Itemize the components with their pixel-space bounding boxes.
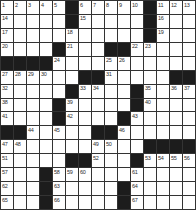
grid-cell[interactable] — [66, 182, 78, 195]
grid-cell[interactable] — [14, 15, 26, 28]
black-cell — [66, 85, 78, 98]
grid-cell[interactable]: 60 — [79, 168, 91, 181]
grid-cell[interactable] — [79, 29, 91, 42]
grid-cell[interactable]: 40 — [144, 99, 156, 112]
grid-cell[interactable] — [170, 168, 182, 181]
clue-number: 32 — [2, 85, 8, 91]
grid-cell[interactable] — [157, 71, 169, 84]
grid-cell[interactable]: 21 — [66, 43, 78, 56]
grid-cell[interactable] — [144, 168, 156, 181]
grid-cell[interactable]: 56 — [183, 154, 195, 167]
grid-cell[interactable] — [53, 140, 65, 153]
grid-cell[interactable] — [14, 182, 26, 195]
clue-number: 52 — [93, 155, 99, 161]
clue-number: 9 — [119, 2, 122, 8]
clue-number: 67 — [132, 197, 138, 203]
black-cell — [27, 57, 39, 70]
grid-cell[interactable]: 13 — [183, 1, 195, 14]
clue-number: 3 — [28, 2, 31, 8]
clue-number: 47 — [2, 141, 8, 147]
clue-number: 19 — [158, 29, 164, 35]
grid-cell[interactable]: 61 — [131, 168, 143, 181]
clue-number: 17 — [2, 29, 8, 35]
grid-cell[interactable]: 5 — [53, 1, 65, 14]
grid-cell[interactable] — [79, 99, 91, 112]
black-cell — [66, 1, 78, 14]
clue-number: 27 — [2, 71, 8, 77]
grid-cell[interactable]: 24 — [53, 57, 65, 70]
black-cell — [157, 140, 169, 153]
clue-number: 5 — [54, 2, 57, 8]
clue-number: 22 — [132, 43, 138, 49]
black-cell — [53, 112, 65, 125]
clue-number: 56 — [184, 155, 190, 161]
clue-number: 33 — [80, 85, 86, 91]
grid-cell[interactable] — [79, 182, 91, 195]
clue-number: 40 — [145, 99, 151, 105]
grid-cell[interactable] — [170, 126, 182, 139]
grid-cell[interactable] — [79, 140, 91, 153]
grid-cell[interactable] — [183, 43, 195, 56]
clue-number: 62 — [2, 183, 8, 189]
grid-cell[interactable]: 3 — [27, 1, 39, 14]
grid-cell[interactable] — [105, 15, 117, 28]
clue-number: 64 — [132, 183, 138, 189]
grid-cell[interactable]: 38 — [1, 99, 13, 112]
clue-number: 59 — [67, 169, 73, 175]
grid-cell[interactable] — [27, 29, 39, 42]
grid-cell[interactable] — [118, 29, 130, 42]
grid-cell[interactable]: 66 — [53, 196, 65, 209]
grid-cell[interactable] — [144, 196, 156, 209]
grid-cell[interactable] — [105, 196, 117, 209]
black-cell — [66, 154, 78, 167]
grid-cell[interactable]: 59 — [66, 168, 78, 181]
black-cell — [40, 168, 52, 181]
grid-cell[interactable] — [157, 57, 169, 70]
grid-cell[interactable] — [157, 182, 169, 195]
clue-number: 26 — [119, 57, 125, 63]
grid-cell[interactable]: 18 — [66, 29, 78, 42]
clue-number: 29 — [28, 71, 34, 77]
grid-cell[interactable]: 12 — [170, 1, 182, 14]
grid-cell[interactable] — [40, 126, 52, 139]
grid-cell[interactable]: 2 — [14, 1, 26, 14]
black-cell — [105, 126, 117, 139]
black-cell — [105, 43, 117, 56]
grid-cell[interactable]: 53 — [144, 154, 156, 167]
grid-cell[interactable]: 6 — [79, 1, 91, 14]
grid-cell[interactable] — [79, 112, 91, 125]
grid-cell[interactable] — [170, 15, 182, 28]
black-cell — [131, 154, 143, 167]
clue-number: 13 — [184, 2, 190, 8]
clue-number: 48 — [15, 141, 21, 147]
black-cell — [92, 71, 104, 84]
clue-number: 58 — [54, 169, 60, 175]
grid-cell[interactable]: 7 — [92, 1, 104, 14]
grid-cell[interactable] — [14, 112, 26, 125]
grid-cell[interactable] — [118, 15, 130, 28]
grid-cell[interactable]: 42 — [66, 112, 78, 125]
grid-cell[interactable]: 63 — [53, 182, 65, 195]
clue-number: 28 — [15, 71, 21, 77]
grid-cell[interactable] — [40, 140, 52, 153]
grid-cell[interactable] — [183, 29, 195, 42]
grid-cell[interactable]: 35 — [144, 85, 156, 98]
clue-number: 66 — [54, 197, 60, 203]
grid-cell[interactable] — [157, 43, 169, 56]
grid-cell[interactable] — [144, 57, 156, 70]
clue-number: 43 — [132, 113, 138, 119]
clue-number: 45 — [54, 127, 60, 133]
black-cell — [144, 140, 156, 153]
clue-number: 10 — [132, 2, 138, 8]
clue-number: 21 — [67, 43, 73, 49]
grid-cell[interactable] — [40, 85, 52, 98]
grid-cell[interactable] — [27, 168, 39, 181]
grid-cell[interactable] — [131, 71, 143, 84]
clue-number: 24 — [54, 57, 60, 63]
black-cell — [170, 140, 182, 153]
black-cell — [118, 182, 130, 195]
grid-cell[interactable]: 14 — [1, 15, 13, 28]
grid-cell[interactable]: 47 — [1, 140, 13, 153]
grid-cell[interactable] — [105, 85, 117, 98]
clue-number: 51 — [2, 155, 8, 161]
grid-cell[interactable]: 36 — [170, 85, 182, 98]
black-cell — [53, 43, 65, 56]
clue-number: 37 — [184, 85, 190, 91]
grid-cell[interactable] — [183, 15, 195, 28]
black-cell — [66, 15, 78, 28]
grid-cell[interactable] — [183, 112, 195, 125]
grid-cell[interactable] — [170, 43, 182, 56]
grid-cell[interactable] — [157, 112, 169, 125]
grid-cell[interactable]: 22 — [131, 43, 143, 56]
black-cell — [131, 99, 143, 112]
grid-cell[interactable] — [157, 196, 169, 209]
grid-cell[interactable] — [66, 126, 78, 139]
grid-cell[interactable] — [92, 57, 104, 70]
clue-number: 16 — [158, 15, 164, 21]
clue-number: 12 — [171, 2, 177, 8]
grid-cell[interactable]: 48 — [14, 140, 26, 153]
clue-number: 54 — [158, 155, 164, 161]
grid-cell[interactable] — [118, 99, 130, 112]
grid-cell[interactable] — [66, 71, 78, 84]
grid-cell[interactable]: 32 — [1, 85, 13, 98]
grid-cell[interactable]: 28 — [14, 71, 26, 84]
grid-cell[interactable] — [92, 43, 104, 56]
black-cell — [144, 29, 156, 42]
clue-number: 6 — [80, 2, 83, 8]
grid-cell[interactable]: 52 — [92, 154, 104, 167]
black-cell — [1, 126, 13, 139]
grid-cell[interactable] — [14, 85, 26, 98]
grid-cell[interactable] — [53, 29, 65, 42]
clue-number: 1 — [2, 2, 5, 8]
grid-cell[interactable] — [183, 57, 195, 70]
grid-cell[interactable] — [14, 99, 26, 112]
grid-cell[interactable] — [105, 99, 117, 112]
grid-cell[interactable]: 17 — [1, 29, 13, 42]
black-cell — [40, 182, 52, 195]
black-cell — [1, 57, 13, 70]
grid-cell[interactable]: 16 — [157, 15, 169, 28]
grid-cell[interactable]: 27 — [1, 71, 13, 84]
clue-number: 25 — [106, 57, 112, 63]
grid-cell[interactable] — [118, 71, 130, 84]
black-cell — [79, 71, 91, 84]
clue-number: 15 — [80, 15, 86, 21]
grid-cell[interactable] — [170, 99, 182, 112]
grid-cell[interactable]: 29 — [27, 71, 39, 84]
grid-cell[interactable] — [170, 57, 182, 70]
grid-cell[interactable] — [14, 43, 26, 56]
clue-number: 11 — [158, 2, 163, 8]
black-cell — [14, 126, 26, 139]
grid-cell[interactable]: 49 — [92, 140, 104, 153]
grid-cell[interactable] — [131, 29, 143, 42]
grid-cell[interactable]: 1 — [1, 1, 13, 14]
grid-cell[interactable]: 39 — [66, 99, 78, 112]
grid-cell[interactable]: 31 — [105, 71, 117, 84]
black-cell — [92, 126, 104, 139]
grid-cell[interactable] — [27, 15, 39, 28]
grid-cell[interactable] — [53, 154, 65, 167]
grid-cell[interactable] — [27, 43, 39, 56]
grid-cell[interactable] — [66, 57, 78, 70]
grid-cell[interactable] — [92, 168, 104, 181]
clue-number: 34 — [93, 85, 99, 91]
grid-cell[interactable]: 4 — [40, 1, 52, 14]
grid-cell[interactable] — [183, 168, 195, 181]
grid-cell[interactable] — [131, 140, 143, 153]
grid-cell[interactable] — [183, 99, 195, 112]
grid-cell[interactable] — [131, 126, 143, 139]
clue-number: 60 — [80, 169, 86, 175]
grid-cell[interactable] — [183, 196, 195, 209]
grid-cell[interactable]: 65 — [1, 196, 13, 209]
grid-cell[interactable] — [27, 154, 39, 167]
clue-number: 63 — [54, 183, 60, 189]
grid-cell[interactable]: 30 — [40, 71, 52, 84]
grid-cell[interactable]: 8 — [105, 1, 117, 14]
grid-cell[interactable]: 23 — [144, 43, 156, 56]
grid-cell[interactable] — [14, 29, 26, 42]
grid-cell[interactable] — [118, 168, 130, 181]
clue-number: 31 — [106, 71, 112, 77]
grid-cell[interactable] — [105, 154, 117, 167]
black-cell — [144, 15, 156, 28]
clue-number: 41 — [2, 113, 8, 119]
grid-cell[interactable] — [40, 99, 52, 112]
grid-cell[interactable] — [79, 43, 91, 56]
clue-number: 55 — [171, 155, 177, 161]
clue-number: 61 — [132, 169, 138, 175]
clue-number: 35 — [145, 85, 151, 91]
grid-cell[interactable]: 54 — [157, 154, 169, 167]
grid-cell[interactable] — [170, 29, 182, 42]
grid-cell[interactable] — [92, 15, 104, 28]
grid-cell[interactable]: 33 — [79, 85, 91, 98]
grid-cell[interactable]: 37 — [183, 85, 195, 98]
black-cell — [14, 57, 26, 70]
grid-cell[interactable]: 41 — [1, 112, 13, 125]
clue-number: 44 — [28, 127, 34, 133]
clue-number: 30 — [41, 71, 47, 77]
grid-cell[interactable] — [170, 196, 182, 209]
grid-cell[interactable] — [183, 182, 195, 195]
grid-cell[interactable] — [183, 126, 195, 139]
grid-cell[interactable] — [157, 85, 169, 98]
grid-cell[interactable] — [92, 29, 104, 42]
grid-cell[interactable]: 46 — [118, 126, 130, 139]
grid-cell[interactable] — [40, 43, 52, 56]
grid-cell[interactable]: 11 — [157, 1, 169, 14]
grid-cell[interactable] — [27, 182, 39, 195]
clue-number: 18 — [67, 29, 73, 35]
grid-cell[interactable] — [144, 126, 156, 139]
grid-cell[interactable] — [92, 196, 104, 209]
clue-number: 36 — [171, 85, 177, 91]
clue-number: 46 — [119, 127, 125, 133]
grid-cell[interactable] — [118, 140, 130, 153]
grid-cell[interactable] — [157, 99, 169, 112]
grid-cell[interactable] — [40, 29, 52, 42]
grid-cell[interactable] — [144, 71, 156, 84]
grid-cell[interactable]: 43 — [131, 112, 143, 125]
grid-cell[interactable]: 19 — [157, 29, 169, 42]
grid-cell[interactable] — [27, 112, 39, 125]
clue-number: 20 — [2, 43, 8, 49]
grid-cell[interactable]: 57 — [1, 168, 13, 181]
grid-cell[interactable] — [131, 57, 143, 70]
grid-cell[interactable]: 62 — [1, 182, 13, 195]
black-cell — [118, 196, 130, 209]
clue-number: 4 — [41, 2, 44, 8]
black-cell — [53, 99, 65, 112]
grid-cell[interactable] — [92, 99, 104, 112]
grid-cell[interactable] — [79, 126, 91, 139]
clue-number: 2 — [15, 2, 18, 8]
grid-cell[interactable]: 51 — [1, 154, 13, 167]
grid-cell[interactable] — [53, 15, 65, 28]
clue-number: 49 — [93, 141, 99, 147]
crossword-grid: 1234567891011121314151617181920212223242… — [0, 0, 196, 210]
grid-cell[interactable] — [170, 112, 182, 125]
grid-cell[interactable] — [27, 99, 39, 112]
clue-number: 38 — [2, 99, 8, 105]
black-cell — [118, 112, 130, 125]
grid-cell[interactable] — [40, 15, 52, 28]
clue-number: 39 — [67, 99, 73, 105]
black-cell — [40, 196, 52, 209]
grid-cell[interactable] — [27, 196, 39, 209]
grid-cell[interactable] — [66, 196, 78, 209]
grid-cell[interactable] — [14, 168, 26, 181]
grid-cell[interactable] — [131, 15, 143, 28]
grid-cell[interactable] — [92, 182, 104, 195]
grid-cell[interactable] — [66, 140, 78, 153]
grid-cell[interactable] — [79, 57, 91, 70]
grid-cell[interactable] — [53, 71, 65, 84]
grid-cell[interactable] — [170, 182, 182, 195]
clue-number: 23 — [145, 43, 151, 49]
grid-cell[interactable]: 50 — [105, 140, 117, 153]
grid-cell[interactable] — [105, 29, 117, 42]
grid-cell[interactable]: 26 — [118, 57, 130, 70]
clue-number: 65 — [2, 197, 8, 203]
grid-cell[interactable] — [144, 112, 156, 125]
grid-cell[interactable]: 64 — [131, 182, 143, 195]
grid-cell[interactable]: 10 — [131, 1, 143, 14]
grid-cell[interactable] — [53, 85, 65, 98]
clue-number: 50 — [106, 141, 112, 147]
grid-cell[interactable] — [14, 154, 26, 167]
black-cell — [183, 140, 195, 153]
black-cell — [40, 57, 52, 70]
black-cell — [118, 43, 130, 56]
grid-cell[interactable]: 9 — [118, 1, 130, 14]
black-cell — [144, 1, 156, 14]
grid-cell[interactable] — [144, 182, 156, 195]
grid-cell[interactable]: 15 — [79, 15, 91, 28]
grid-cell[interactable] — [27, 85, 39, 98]
black-cell — [170, 71, 182, 84]
grid-cell[interactable]: 20 — [1, 43, 13, 56]
grid-cell[interactable]: 25 — [105, 57, 117, 70]
grid-cell[interactable]: 34 — [92, 85, 104, 98]
grid-cell[interactable] — [79, 196, 91, 209]
grid-cell[interactable]: 45 — [53, 126, 65, 139]
clue-number: 42 — [67, 113, 73, 119]
grid-cell[interactable]: 58 — [53, 168, 65, 181]
grid-cell[interactable] — [40, 154, 52, 167]
clue-number: 7 — [93, 2, 96, 8]
grid-cell[interactable] — [157, 168, 169, 181]
grid-cell[interactable] — [14, 196, 26, 209]
clue-number: 8 — [106, 2, 109, 8]
grid-cell[interactable] — [157, 126, 169, 139]
grid-cell[interactable] — [105, 112, 117, 125]
grid-cell[interactable]: 67 — [131, 196, 143, 209]
grid-cell[interactable] — [105, 168, 117, 181]
black-cell — [131, 85, 143, 98]
grid-cell[interactable]: 55 — [170, 154, 182, 167]
grid-cell[interactable] — [118, 154, 130, 167]
clue-number: 14 — [2, 15, 8, 21]
grid-cell[interactable] — [92, 112, 104, 125]
grid-cell[interactable] — [105, 182, 117, 195]
grid-cell[interactable] — [118, 85, 130, 98]
clue-number: 53 — [145, 155, 151, 161]
grid-cell[interactable] — [40, 112, 52, 125]
clue-number: 57 — [2, 169, 8, 175]
grid-cell[interactable] — [27, 140, 39, 153]
black-cell — [183, 71, 195, 84]
grid-cell[interactable]: 44 — [27, 126, 39, 139]
black-cell — [79, 154, 91, 167]
